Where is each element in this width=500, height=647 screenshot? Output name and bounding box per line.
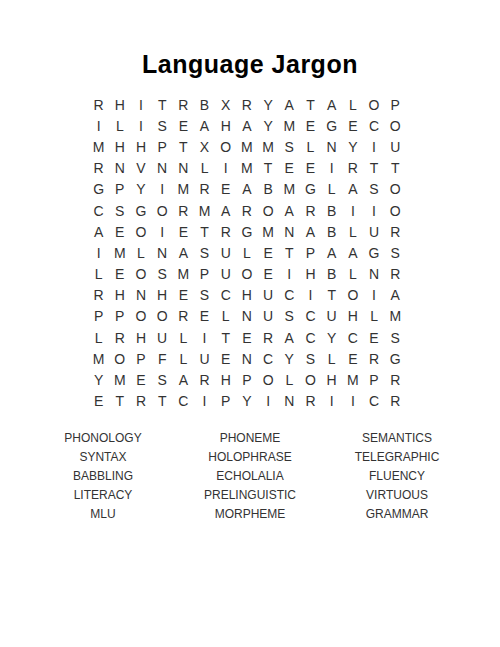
- grid-cell-r8c11: P: [300, 242, 321, 263]
- grid-cell-r11c15: M: [385, 306, 406, 327]
- grid-cell-r4c8: M: [236, 158, 257, 179]
- grid-cell-r10c12: T: [321, 285, 342, 306]
- grid-cell-r3c1: M: [88, 136, 109, 157]
- grid-cell-r3c2: H: [109, 136, 130, 157]
- grid-cell-r8c4: N: [152, 242, 173, 263]
- grid-cell-r13c7: E: [215, 348, 236, 369]
- grid-cell-r5c4: I: [152, 179, 173, 200]
- grid-cell-r1c12: A: [321, 94, 342, 115]
- grid-cell-r9c2: E: [109, 264, 130, 285]
- grid-cell-r8c9: E: [258, 242, 279, 263]
- grid-cell-r13c9: C: [258, 348, 279, 369]
- grid-cell-r14c6: R: [194, 369, 215, 390]
- grid-cell-r5c11: G: [300, 179, 321, 200]
- grid-cell-r5c2: P: [109, 179, 130, 200]
- grid-cell-r14c14: P: [363, 369, 384, 390]
- grid-cell-r12c15: S: [385, 327, 406, 348]
- grid-cell-r6c10: A: [279, 200, 300, 221]
- grid-cell-r1c8: R: [236, 94, 257, 115]
- grid-cell-r2c7: H: [215, 115, 236, 136]
- grid-cell-r2c1: I: [88, 115, 109, 136]
- grid-cell-r4c14: T: [363, 158, 384, 179]
- grid-cell-r7c1: A: [88, 221, 109, 242]
- grid-cell-r4c5: N: [173, 158, 194, 179]
- grid-cell-r5c6: R: [194, 179, 215, 200]
- grid-cell-r9c11: H: [300, 264, 321, 285]
- grid-cell-r10c7: C: [215, 285, 236, 306]
- puzzle-title: Language Jargon: [0, 50, 500, 79]
- grid-cell-r11c13: H: [342, 306, 363, 327]
- grid-cell-r9c13: L: [342, 264, 363, 285]
- grid-cell-r3c15: U: [385, 136, 406, 157]
- grid-cell-r5c3: Y: [130, 179, 151, 200]
- grid-cell-r15c8: Y: [236, 391, 257, 412]
- grid-cell-r3c12: N: [321, 136, 342, 157]
- grid-cell-r15c3: R: [130, 391, 151, 412]
- word-item-semantics: SEMANTICS: [324, 429, 471, 448]
- grid-cell-r11c4: O: [152, 306, 173, 327]
- word-list-column-1: PHONOLOGYSYNTAXBABBLINGLITERACYMLU: [30, 429, 177, 524]
- grid-cell-r15c5: C: [173, 391, 194, 412]
- grid-cell-r3c6: X: [194, 136, 215, 157]
- grid-cell-r12c14: E: [363, 327, 384, 348]
- grid-cell-r14c4: S: [152, 369, 173, 390]
- grid-cell-r15c13: I: [342, 391, 363, 412]
- grid-cell-r4c6: L: [194, 158, 215, 179]
- grid-cell-r7c13: L: [342, 221, 363, 242]
- grid-cell-r11c14: L: [363, 306, 384, 327]
- word-item-fluency: FLUENCY: [324, 467, 471, 486]
- grid-cell-r12c3: H: [130, 327, 151, 348]
- grid-cell-r8c6: S: [194, 242, 215, 263]
- grid-cell-r6c7: A: [215, 200, 236, 221]
- grid-cell-r15c7: P: [215, 391, 236, 412]
- grid-cell-r6c11: R: [300, 200, 321, 221]
- grid-cell-r9c5: M: [173, 264, 194, 285]
- grid-cell-r2c5: E: [173, 115, 194, 136]
- grid-cell-r9c3: O: [130, 264, 151, 285]
- grid-cell-r7c6: T: [194, 221, 215, 242]
- word-item-holophrase: HOLOPHRASE: [177, 448, 324, 467]
- grid-cell-r10c13: O: [342, 285, 363, 306]
- grid-cell-r14c1: Y: [88, 369, 109, 390]
- grid-cell-r14c12: H: [321, 369, 342, 390]
- grid-cell-r3c13: Y: [342, 136, 363, 157]
- grid-cell-r6c13: I: [342, 200, 363, 221]
- grid-cell-r12c4: U: [152, 327, 173, 348]
- grid-cell-r4c11: E: [300, 158, 321, 179]
- word-item-literacy: LITERACY: [30, 486, 177, 505]
- grid-cell-r1c6: B: [194, 94, 215, 115]
- grid-cell-r1c13: L: [342, 94, 363, 115]
- grid-cell-r12c11: C: [300, 327, 321, 348]
- grid-cell-r3c8: M: [236, 136, 257, 157]
- word-list: PHONOLOGYSYNTAXBABBLINGLITERACYMLUPHONEM…: [0, 429, 500, 524]
- grid-cell-r2c15: O: [385, 115, 406, 136]
- grid-cell-r10c10: C: [279, 285, 300, 306]
- grid-cell-r13c10: Y: [279, 348, 300, 369]
- grid-cell-r2c14: C: [363, 115, 384, 136]
- grid-cell-r1c11: T: [300, 94, 321, 115]
- grid-cell-r8c15: S: [385, 242, 406, 263]
- grid-cell-r5c15: O: [385, 179, 406, 200]
- grid-cell-r13c4: F: [152, 348, 173, 369]
- grid-cell-r6c15: O: [385, 200, 406, 221]
- grid-cell-r9c7: U: [215, 264, 236, 285]
- grid-cell-r15c9: I: [258, 391, 279, 412]
- grid-cell-r10c6: S: [194, 285, 215, 306]
- grid-cell-r8c1: I: [88, 242, 109, 263]
- grid-cell-r7c3: O: [130, 221, 151, 242]
- grid-cell-r14c3: E: [130, 369, 151, 390]
- grid-cell-r7c15: R: [385, 221, 406, 242]
- grid-cell-r9c14: N: [363, 264, 384, 285]
- grid-cell-r8c7: U: [215, 242, 236, 263]
- grid-cell-r9c12: B: [321, 264, 342, 285]
- word-item-babbling: BABBLING: [30, 467, 177, 486]
- grid-cell-r12c8: E: [236, 327, 257, 348]
- word-item-syntax: SYNTAX: [30, 448, 177, 467]
- grid-cell-r7c9: M: [258, 221, 279, 242]
- word-item-echolalia: ECHOLALIA: [177, 467, 324, 486]
- grid-cell-r4c3: V: [130, 158, 151, 179]
- grid-cell-r12c9: R: [258, 327, 279, 348]
- word-item-phoneme: PHONEME: [177, 429, 324, 448]
- grid-cell-r3c7: O: [215, 136, 236, 157]
- grid-cell-r8c13: A: [342, 242, 363, 263]
- grid-cell-r2c8: A: [236, 115, 257, 136]
- grid-cell-r2c11: E: [300, 115, 321, 136]
- grid-cell-r4c7: I: [215, 158, 236, 179]
- grid-cell-r12c5: L: [173, 327, 194, 348]
- grid-cell-r5c1: G: [88, 179, 109, 200]
- grid-cell-r14c5: A: [173, 369, 194, 390]
- grid-cell-r3c3: H: [130, 136, 151, 157]
- grid-cell-r7c8: G: [236, 221, 257, 242]
- grid-cell-r5c13: A: [342, 179, 363, 200]
- grid-cell-r10c15: A: [385, 285, 406, 306]
- grid-cell-r3c10: S: [279, 136, 300, 157]
- grid-cell-r7c5: E: [173, 221, 194, 242]
- grid-cell-r2c4: S: [152, 115, 173, 136]
- grid-cell-r8c3: L: [130, 242, 151, 263]
- grid-cell-r5c12: L: [321, 179, 342, 200]
- grid-cell-r6c9: O: [258, 200, 279, 221]
- grid-cell-r4c12: I: [321, 158, 342, 179]
- grid-cell-r6c12: B: [321, 200, 342, 221]
- grid-cell-r7c2: E: [109, 221, 130, 242]
- grid-cell-r6c3: G: [130, 200, 151, 221]
- grid-cell-r13c15: G: [385, 348, 406, 369]
- grid-cell-r15c12: I: [321, 391, 342, 412]
- grid-cell-r9c8: O: [236, 264, 257, 285]
- grid-cell-r14c10: L: [279, 369, 300, 390]
- grid-cell-r6c5: R: [173, 200, 194, 221]
- grid-cell-r4c4: N: [152, 158, 173, 179]
- grid-cell-r2c6: A: [194, 115, 215, 136]
- grid-cell-r2c10: M: [279, 115, 300, 136]
- grid-cell-r9c1: L: [88, 264, 109, 285]
- grid-cell-r13c5: L: [173, 348, 194, 369]
- grid-cell-r13c2: O: [109, 348, 130, 369]
- grid-cell-r9c6: P: [194, 264, 215, 285]
- grid-cell-r9c4: S: [152, 264, 173, 285]
- grid-cell-r1c7: X: [215, 94, 236, 115]
- grid-cell-r14c9: O: [258, 369, 279, 390]
- grid-cell-r7c7: R: [215, 221, 236, 242]
- grid-cell-r12c12: Y: [321, 327, 342, 348]
- grid-cell-r12c7: T: [215, 327, 236, 348]
- grid-cell-r1c15: P: [385, 94, 406, 115]
- grid-cell-r13c1: M: [88, 348, 109, 369]
- grid-cell-r5c14: S: [363, 179, 384, 200]
- grid-cell-r14c8: P: [236, 369, 257, 390]
- grid-cell-r6c1: C: [88, 200, 109, 221]
- grid-cell-r1c9: Y: [258, 94, 279, 115]
- word-list-column-3: SEMANTICSTELEGRAPHICFLUENCYVIRTUOUSGRAMM…: [324, 429, 471, 524]
- grid-cell-r3c14: I: [363, 136, 384, 157]
- grid-cell-r2c12: G: [321, 115, 342, 136]
- grid-cell-r5c5: M: [173, 179, 194, 200]
- grid-cell-r11c8: N: [236, 306, 257, 327]
- grid-cell-r11c9: U: [258, 306, 279, 327]
- grid-cell-r15c11: R: [300, 391, 321, 412]
- grid-cell-r1c5: R: [173, 94, 194, 115]
- grid-cell-r12c1: L: [88, 327, 109, 348]
- grid-cell-r11c1: P: [88, 306, 109, 327]
- grid-cell-r14c2: M: [109, 369, 130, 390]
- grid-cell-r3c4: P: [152, 136, 173, 157]
- grid-cell-r12c10: A: [279, 327, 300, 348]
- grid-cell-r13c14: R: [363, 348, 384, 369]
- grid-cell-r7c11: A: [300, 221, 321, 242]
- grid-cell-r10c14: I: [363, 285, 384, 306]
- grid-cell-r8c14: G: [363, 242, 384, 263]
- grid-cell-r1c10: A: [279, 94, 300, 115]
- grid-cell-r13c13: E: [342, 348, 363, 369]
- grid-cell-r5c7: E: [215, 179, 236, 200]
- grid-cell-r4c9: T: [258, 158, 279, 179]
- grid-cell-r2c3: I: [130, 115, 151, 136]
- grid-cell-r4c10: E: [279, 158, 300, 179]
- grid-cell-r3c11: L: [300, 136, 321, 157]
- grid-cell-r9c15: R: [385, 264, 406, 285]
- grid-cell-r8c2: M: [109, 242, 130, 263]
- grid-cell-r13c8: N: [236, 348, 257, 369]
- grid-cell-r15c2: T: [109, 391, 130, 412]
- grid-cell-r13c12: L: [321, 348, 342, 369]
- grid-cell-r3c9: M: [258, 136, 279, 157]
- grid-cell-r8c8: L: [236, 242, 257, 263]
- grid-cell-r9c10: I: [279, 264, 300, 285]
- grid-cell-r10c11: I: [300, 285, 321, 306]
- grid-cell-r11c11: C: [300, 306, 321, 327]
- grid-cell-r1c3: I: [130, 94, 151, 115]
- grid-cell-r11c10: S: [279, 306, 300, 327]
- grid-cell-r6c14: I: [363, 200, 384, 221]
- grid-cell-r2c9: Y: [258, 115, 279, 136]
- grid-cell-r4c2: N: [109, 158, 130, 179]
- grid-cell-r4c13: R: [342, 158, 363, 179]
- grid-cell-r14c11: O: [300, 369, 321, 390]
- grid-cell-r3c5: T: [173, 136, 194, 157]
- grid-cell-r11c3: O: [130, 306, 151, 327]
- grid-cell-r13c6: U: [194, 348, 215, 369]
- grid-cell-r9c9: E: [258, 264, 279, 285]
- grid-cell-r6c8: R: [236, 200, 257, 221]
- word-item-phonology: PHONOLOGY: [30, 429, 177, 448]
- grid-cell-r10c3: N: [130, 285, 151, 306]
- grid-cell-r2c13: E: [342, 115, 363, 136]
- grid-cell-r14c15: R: [385, 369, 406, 390]
- grid-cell-r15c1: E: [88, 391, 109, 412]
- grid-cell-r12c2: R: [109, 327, 130, 348]
- grid-cell-r11c7: L: [215, 306, 236, 327]
- word-item-virtuous: VIRTUOUS: [324, 486, 471, 505]
- word-search-grid: RHITRBXRYATALOPILISEAHAYMEGECOMHHPTXOMMS…: [88, 94, 406, 412]
- grid-cell-r7c4: I: [152, 221, 173, 242]
- grid-cell-r10c8: H: [236, 285, 257, 306]
- grid-cell-r6c4: O: [152, 200, 173, 221]
- grid-cell-r11c5: R: [173, 306, 194, 327]
- grid-cell-r8c5: A: [173, 242, 194, 263]
- grid-cell-r11c12: U: [321, 306, 342, 327]
- grid-cell-r10c9: U: [258, 285, 279, 306]
- grid-cell-r4c1: R: [88, 158, 109, 179]
- grid-cell-r12c13: C: [342, 327, 363, 348]
- grid-cell-r15c15: R: [385, 391, 406, 412]
- grid-cell-r15c14: C: [363, 391, 384, 412]
- word-list-column-2: PHONEMEHOLOPHRASEECHOLALIAPRELINGUISTICM…: [177, 429, 324, 524]
- grid-cell-r1c14: O: [363, 94, 384, 115]
- grid-cell-r11c2: P: [109, 306, 130, 327]
- grid-cell-r1c2: H: [109, 94, 130, 115]
- grid-cell-r2c2: L: [109, 115, 130, 136]
- word-item-prelinguistic: PRELINGUISTIC: [177, 486, 324, 505]
- grid-cell-r5c9: B: [258, 179, 279, 200]
- grid-cell-r8c12: A: [321, 242, 342, 263]
- grid-cell-r7c12: B: [321, 221, 342, 242]
- grid-cell-r10c2: H: [109, 285, 130, 306]
- grid-cell-r6c6: M: [194, 200, 215, 221]
- grid-cell-r6c2: S: [109, 200, 130, 221]
- grid-cell-r5c8: A: [236, 179, 257, 200]
- grid-cell-r10c5: E: [173, 285, 194, 306]
- grid-cell-r1c1: R: [88, 94, 109, 115]
- grid-cell-r13c11: S: [300, 348, 321, 369]
- grid-cell-r5c10: M: [279, 179, 300, 200]
- grid-cell-r4c15: T: [385, 158, 406, 179]
- word-item-telegraphic: TELEGRAPHIC: [324, 448, 471, 467]
- grid-cell-r14c7: H: [215, 369, 236, 390]
- word-item-morpheme: MORPHEME: [177, 505, 324, 524]
- grid-cell-r12c6: I: [194, 327, 215, 348]
- grid-cell-r15c6: I: [194, 391, 215, 412]
- grid-cell-r7c14: U: [363, 221, 384, 242]
- grid-cell-r14c13: M: [342, 369, 363, 390]
- grid-cell-r1c4: T: [152, 94, 173, 115]
- word-item-mlu: MLU: [30, 505, 177, 524]
- grid-cell-r15c10: N: [279, 391, 300, 412]
- grid-cell-r11c6: E: [194, 306, 215, 327]
- grid-cell-r15c4: T: [152, 391, 173, 412]
- word-item-grammar: GRAMMAR: [324, 505, 471, 524]
- grid-cell-r7c10: N: [279, 221, 300, 242]
- grid-cell-r13c3: P: [130, 348, 151, 369]
- grid-cell-r10c4: H: [152, 285, 173, 306]
- grid-cell-r8c10: T: [279, 242, 300, 263]
- grid-cell-r10c1: R: [88, 285, 109, 306]
